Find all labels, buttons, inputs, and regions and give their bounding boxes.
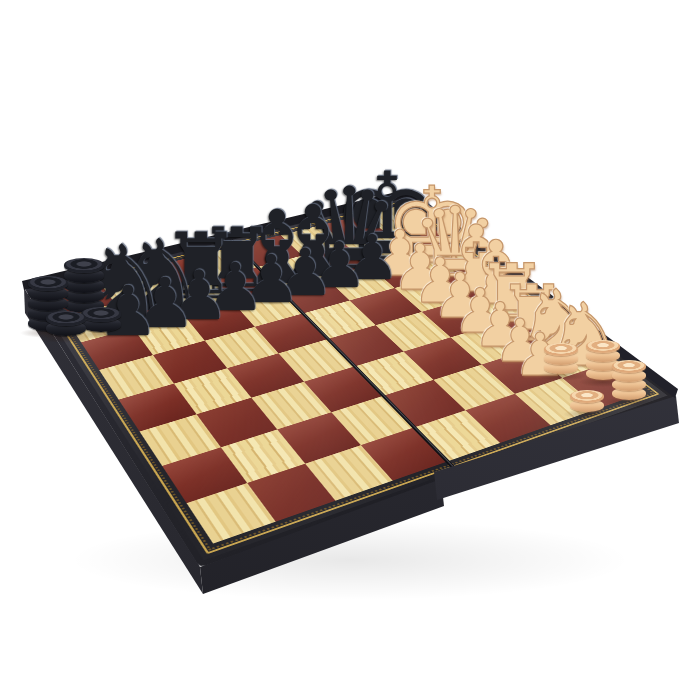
black-checker-disc[interactable] [81,307,121,322]
black-checker-disc[interactable] [28,276,68,291]
product-photo-stage: ♞♞♜♜♝♝♛♚♟♟♟♟♟♟♟♟♚♛♝♝♜♜♞♞♟♟♟♟♟♟♟♟ [0,0,700,700]
white-checker-disc[interactable] [612,360,646,373]
board-ground-shadow [70,520,630,600]
white-checker-disc[interactable] [586,340,620,353]
black-checker-disc[interactable] [46,311,86,326]
white-checker-disc[interactable] [570,390,604,403]
white-checker-disc[interactable] [544,343,578,356]
